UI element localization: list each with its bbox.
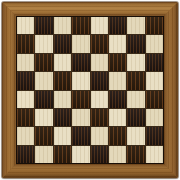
square-h8[interactable] <box>146 17 163 34</box>
square-h5[interactable] <box>146 72 163 89</box>
square-e1[interactable] <box>91 146 108 163</box>
square-c3[interactable] <box>54 109 71 126</box>
square-g2[interactable] <box>127 127 144 144</box>
wooden-chessboard <box>2 2 178 178</box>
square-h7[interactable] <box>146 35 163 52</box>
chess-board-grid <box>16 16 164 164</box>
square-d1[interactable] <box>72 146 89 163</box>
square-g1[interactable] <box>127 146 144 163</box>
board-frame-left <box>2 2 16 178</box>
square-a7[interactable] <box>17 35 34 52</box>
square-d2[interactable] <box>72 127 89 144</box>
square-d8[interactable] <box>72 17 89 34</box>
square-c5[interactable] <box>54 72 71 89</box>
square-e5[interactable] <box>91 72 108 89</box>
square-d3[interactable] <box>72 109 89 126</box>
square-f1[interactable] <box>109 146 126 163</box>
square-e3[interactable] <box>91 109 108 126</box>
square-e8[interactable] <box>91 17 108 34</box>
square-a4[interactable] <box>17 91 34 108</box>
square-g3[interactable] <box>127 109 144 126</box>
square-e6[interactable] <box>91 54 108 71</box>
square-d5[interactable] <box>72 72 89 89</box>
square-c1[interactable] <box>54 146 71 163</box>
board-frame-bottom <box>2 164 178 178</box>
square-a2[interactable] <box>17 127 34 144</box>
square-a8[interactable] <box>17 17 34 34</box>
square-g4[interactable] <box>127 91 144 108</box>
square-c2[interactable] <box>54 127 71 144</box>
square-c7[interactable] <box>54 35 71 52</box>
square-b6[interactable] <box>35 54 52 71</box>
square-e7[interactable] <box>91 35 108 52</box>
square-h1[interactable] <box>146 146 163 163</box>
square-a1[interactable] <box>17 146 34 163</box>
square-c6[interactable] <box>54 54 71 71</box>
square-a3[interactable] <box>17 109 34 126</box>
square-d6[interactable] <box>72 54 89 71</box>
square-e4[interactable] <box>91 91 108 108</box>
square-d7[interactable] <box>72 35 89 52</box>
square-b4[interactable] <box>35 91 52 108</box>
square-c8[interactable] <box>54 17 71 34</box>
square-f4[interactable] <box>109 91 126 108</box>
square-g6[interactable] <box>127 54 144 71</box>
square-a5[interactable] <box>17 72 34 89</box>
square-b7[interactable] <box>35 35 52 52</box>
square-b3[interactable] <box>35 109 52 126</box>
board-frame-right <box>164 2 178 178</box>
square-b1[interactable] <box>35 146 52 163</box>
square-b5[interactable] <box>35 72 52 89</box>
square-h3[interactable] <box>146 109 163 126</box>
square-h6[interactable] <box>146 54 163 71</box>
square-f7[interactable] <box>109 35 126 52</box>
square-g5[interactable] <box>127 72 144 89</box>
square-b8[interactable] <box>35 17 52 34</box>
square-b2[interactable] <box>35 127 52 144</box>
square-f2[interactable] <box>109 127 126 144</box>
square-e2[interactable] <box>91 127 108 144</box>
square-h4[interactable] <box>146 91 163 108</box>
photo-background <box>0 0 180 180</box>
square-d4[interactable] <box>72 91 89 108</box>
square-f3[interactable] <box>109 109 126 126</box>
square-h2[interactable] <box>146 127 163 144</box>
board-frame-top <box>2 2 178 16</box>
square-a6[interactable] <box>17 54 34 71</box>
square-c4[interactable] <box>54 91 71 108</box>
square-g8[interactable] <box>127 17 144 34</box>
square-f5[interactable] <box>109 72 126 89</box>
square-g7[interactable] <box>127 35 144 52</box>
square-f8[interactable] <box>109 17 126 34</box>
square-f6[interactable] <box>109 54 126 71</box>
